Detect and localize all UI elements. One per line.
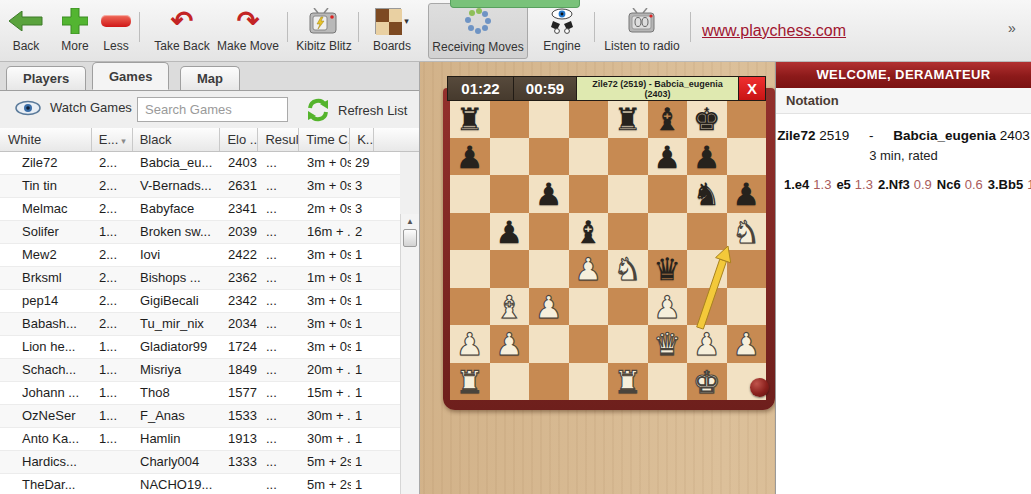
square-f4[interactable]: ♛ <box>648 250 688 288</box>
square-c4[interactable] <box>529 250 569 288</box>
square-d6[interactable] <box>569 175 609 213</box>
toolbar-separator <box>690 12 691 42</box>
back-arrow-icon <box>4 3 48 39</box>
game-cell: 16m + ... <box>300 221 351 243</box>
undo-arrow-icon: ↶ <box>146 3 218 39</box>
game-cell: ... <box>259 474 300 494</box>
game-cell: F_Anas <box>133 405 221 427</box>
playchess-link[interactable]: www.playchess.com <box>702 22 846 40</box>
game-cell: 3 <box>351 175 375 197</box>
receiving-moves-button[interactable]: Receiving Moves <box>428 3 528 59</box>
square-e5[interactable] <box>608 213 648 251</box>
game-row[interactable]: OzNeSer1...F_Anas1533...30m + ...1 <box>0 405 400 428</box>
game-cell: 1... <box>92 405 133 427</box>
move-token[interactable]: 3.Bb5 <box>988 177 1023 192</box>
game-cell: Hardics... <box>0 451 92 473</box>
make-move-button[interactable]: ↷ Make Move <box>212 3 284 59</box>
game-cell: OzNeSer <box>0 405 92 427</box>
game-cell: 1333 <box>221 451 259 473</box>
game-cell: Babash... <box>0 313 92 335</box>
black-pawn-c6[interactable]: ♟ <box>529 175 569 213</box>
white-clock: 01:22 <box>448 77 513 100</box>
game-cell: TheDar... <box>0 474 92 494</box>
game-cell: 29 <box>351 152 375 174</box>
game-cell: 30m + ... <box>300 428 351 450</box>
white-bishop-b3[interactable]: ♝ <box>490 288 530 326</box>
game-cell: 1 <box>351 474 375 494</box>
game-cell: 20m + ... <box>300 359 351 381</box>
game-cell: Tu_mir_nix <box>133 313 221 335</box>
move-token[interactable]: 1.e4 <box>784 177 809 192</box>
receiving-moves-icon <box>429 4 527 40</box>
square-d1[interactable] <box>569 363 609 401</box>
game-cell: 1 <box>351 405 375 427</box>
column-header-White[interactable]: White <box>0 128 92 151</box>
game-cell: V-Bernads... <box>133 175 221 197</box>
game-cell: ... <box>259 336 300 358</box>
black-king-g8[interactable]: ♚ <box>687 100 727 138</box>
square-c1[interactable] <box>529 363 569 401</box>
refresh-list-label: Refresh List <box>338 103 407 118</box>
game-cell: ... <box>259 244 300 266</box>
move-token[interactable]: e5 <box>836 177 850 192</box>
game-row[interactable]: Solifer1...Broken sw...2039...16m + ...2 <box>0 221 400 244</box>
game-cell: 2m + 0s <box>300 198 351 220</box>
boards-icon: ▾ <box>362 3 422 39</box>
game-cell: ... <box>259 152 300 174</box>
game-cell: 3m + 0s <box>300 244 351 266</box>
more-button[interactable]: More <box>52 3 98 59</box>
watch-games-button[interactable]: Watch Games <box>14 99 132 116</box>
game-cell: Zile72 <box>0 152 92 174</box>
game-row[interactable]: Melmac2...Babyface2341...2m + 0s3 <box>0 198 400 221</box>
radio-icon <box>598 3 686 39</box>
game-cell: 3m + 0s <box>300 175 351 197</box>
game-cell: GigiBecali <box>133 290 221 312</box>
game-cell: 3 <box>351 198 375 220</box>
chevron-down-icon: ▾ <box>404 16 409 26</box>
minus-icon <box>94 3 138 39</box>
game-cell: Anto Ka... <box>0 428 92 450</box>
square-h8[interactable] <box>727 100 767 138</box>
black-pawn-h6[interactable]: ♟ <box>727 175 767 213</box>
square-f3[interactable]: ♟ <box>648 288 688 326</box>
game-cell: Schach... <box>0 359 92 381</box>
column-header-blank[interactable] <box>374 128 419 151</box>
square-d7[interactable] <box>569 138 609 176</box>
square-h3[interactable] <box>727 288 767 326</box>
toolbar-overflow-chevron[interactable]: » <box>1008 20 1016 36</box>
game-cell: 3m + 0s <box>300 290 351 312</box>
tab-map[interactable]: Map <box>180 66 240 90</box>
white-king-g1[interactable]: ♚ <box>687 363 727 401</box>
square-e1[interactable]: ♜ <box>608 363 648 401</box>
square-c7[interactable] <box>529 138 569 176</box>
game-cell <box>221 474 259 494</box>
game-cell <box>92 451 133 473</box>
game-cell: Gladiator99 <box>133 336 221 358</box>
game-cell: Misriya <box>133 359 221 381</box>
more-label: More <box>52 39 98 53</box>
move-token[interactable]: 2.Nf3 <box>878 177 910 192</box>
game-cell: 1... <box>92 359 133 381</box>
game-cell: Brksml <box>0 267 92 289</box>
game-cell: 30m + ... <box>300 405 351 427</box>
tab-games[interactable]: Games <box>92 62 169 90</box>
square-a4[interactable] <box>450 250 490 288</box>
square-d4[interactable]: ♟ <box>569 250 609 288</box>
listen-to-radio-label: Listen to radio <box>598 39 686 53</box>
square-g8[interactable]: ♚ <box>687 100 727 138</box>
time-token: 1.1 <box>1027 177 1031 192</box>
game-cell: 1849 <box>221 359 259 381</box>
white-rook-e1[interactable]: ♜ <box>608 363 648 401</box>
game-cell: Babcia_eu... <box>133 152 221 174</box>
square-b1[interactable] <box>490 363 530 401</box>
less-button[interactable]: Less <box>94 3 138 59</box>
notation-panel: WELCOME, DERAMATEUR Notation Zile72 2519… <box>775 62 1031 494</box>
black-pawn-b5[interactable]: ♟ <box>490 213 530 251</box>
engine-button[interactable]: Engine <box>534 3 590 59</box>
column-header-Time C...[interactable]: Time C... <box>299 128 350 151</box>
game-cell: 2034 <box>221 313 259 335</box>
game-row[interactable]: Brksml2...Bishops ...2362...1m + 0s1 <box>0 267 400 290</box>
back-label: Back <box>4 39 48 53</box>
game-cell: 15m + ... <box>300 382 351 404</box>
square-e8[interactable]: ♜ <box>608 100 648 138</box>
square-c8[interactable] <box>529 100 569 138</box>
time-control-label: 3 min, rated <box>776 148 1031 163</box>
game-cell: 1... <box>92 428 133 450</box>
game-cell: Babyface <box>133 198 221 220</box>
games-table-header: WhiteE...▾BlackElo ...ResultTime C...K..… <box>0 128 419 152</box>
tab-players[interactable]: Players <box>6 66 86 90</box>
game-cell: 1 <box>351 336 375 358</box>
square-a5[interactable] <box>450 213 490 251</box>
square-d5[interactable]: ♝ <box>569 213 609 251</box>
white-queen-f2[interactable]: ♛ <box>648 325 688 363</box>
square-a1[interactable]: ♜ <box>450 363 490 401</box>
game-cell: 5m + 2s <box>300 474 351 494</box>
game-cell: Solifer <box>0 221 92 243</box>
game-cell: Iovi <box>133 244 221 266</box>
game-cell: 2422 <box>221 244 259 266</box>
square-b3[interactable]: ♝ <box>490 288 530 326</box>
game-cell: 1 <box>351 244 375 266</box>
players-nameplate: Zile72 (2519) - Babcia_eugenia (2403) <box>577 77 738 100</box>
white-pawn-g2[interactable]: ♟ <box>687 325 727 363</box>
make-move-label: Make Move <box>212 39 284 53</box>
game-cell: ... <box>259 405 300 427</box>
square-a7[interactable]: ♟ <box>450 138 490 176</box>
black-bishop-d5[interactable]: ♝ <box>569 213 609 251</box>
game-cell: Tho8 <box>133 382 221 404</box>
boards-label: Boards <box>362 39 422 53</box>
move-list: 1.e41.3e51.32.Nf30.9Nc60.63.Bb51.1Nf61.5… <box>776 163 1031 194</box>
square-f8[interactable]: ♝ <box>648 100 688 138</box>
black-player-elo: 2403 <box>1000 128 1030 143</box>
game-cell: 2341 <box>221 198 259 220</box>
white-pawn-f3[interactable]: ♟ <box>648 288 688 326</box>
back-button[interactable]: Back <box>4 3 48 59</box>
scroll-up-icon[interactable]: ▲ <box>401 217 419 226</box>
game-cell: ... <box>259 382 300 404</box>
game-cell: ... <box>259 428 300 450</box>
square-e6[interactable] <box>608 175 648 213</box>
game-cell: 2... <box>92 267 133 289</box>
board-knob <box>750 378 769 397</box>
white-player-elo: 2519 <box>819 128 849 143</box>
column-header-Result[interactable]: Result <box>258 128 299 151</box>
games-table-body: Zile722...Babcia_eu...2403...3m + 0s29Ti… <box>0 152 400 494</box>
square-c6[interactable]: ♟ <box>529 175 569 213</box>
engine-label: Engine <box>534 39 590 53</box>
game-cell: 1577 <box>221 382 259 404</box>
game-cell: 1... <box>92 221 133 243</box>
square-f1[interactable] <box>648 363 688 401</box>
game-cell: ... <box>259 198 300 220</box>
engine-eye-icon <box>534 3 590 39</box>
game-cell: ... <box>259 313 300 335</box>
square-g5[interactable] <box>687 213 727 251</box>
game-cell: 2... <box>92 290 133 312</box>
game-cell: 1 <box>351 428 375 450</box>
square-e2[interactable] <box>608 325 648 363</box>
game-row[interactable]: Anto Ka...1...Hamlin1913...30m + ...1 <box>0 428 400 451</box>
game-cell: 1... <box>92 382 133 404</box>
take-back-button[interactable]: ↶ Take Back <box>146 3 218 59</box>
close-board-button[interactable]: X <box>739 77 765 100</box>
game-cell: 1 <box>351 290 375 312</box>
square-f2[interactable]: ♛ <box>648 325 688 363</box>
square-b2[interactable]: ♟ <box>490 325 530 363</box>
time-token: 0.6 <box>965 177 983 192</box>
games-list-scrollbar[interactable]: ▲ ▼ <box>400 214 419 494</box>
square-b5[interactable]: ♟ <box>490 213 530 251</box>
game-row[interactable]: Hardics...Charly0041333...5m + 2s1 <box>0 451 400 474</box>
game-cell: 1 <box>351 451 375 473</box>
game-cell: 1724 <box>221 336 259 358</box>
list-toolbar: Watch Games Refresh List <box>0 91 419 128</box>
games-list-panel: Players Games Map Watch Games Refresh Li… <box>0 62 420 494</box>
toolbar-separator <box>358 12 359 42</box>
white-pawn-c3[interactable]: ♟ <box>529 288 569 326</box>
black-rook-a8[interactable]: ♜ <box>450 100 490 138</box>
white-pawn-d4[interactable]: ♟ <box>569 250 609 288</box>
plus-icon <box>52 3 98 39</box>
players-dash: - <box>869 128 874 143</box>
listen-to-radio-button[interactable]: Listen to radio <box>598 3 686 59</box>
boards-button[interactable]: ▾ Boards <box>362 3 422 59</box>
game-cell: ... <box>259 451 300 473</box>
move-token[interactable]: Nc6 <box>937 177 961 192</box>
kibitz-blitz-label: Kibitz Blitz <box>292 39 356 53</box>
white-pawn-a2[interactable]: ♟ <box>450 325 490 363</box>
black-pawn-g7[interactable]: ♟ <box>687 138 727 176</box>
square-c5[interactable] <box>529 213 569 251</box>
game-cell: 3m + 0s <box>300 336 351 358</box>
welcome-banner: WELCOME, DERAMATEUR <box>776 62 1031 88</box>
black-pawn-f7[interactable]: ♟ <box>648 138 688 176</box>
game-cell: Broken sw... <box>133 221 221 243</box>
square-h2[interactable]: ♟ <box>727 325 767 363</box>
game-cell: 2... <box>92 313 133 335</box>
time-token: 1.3 <box>855 177 873 192</box>
game-cell: 1... <box>92 336 133 358</box>
black-clock: 00:59 <box>514 77 576 100</box>
game-row[interactable]: Lion he...1...Gladiator991724...3m + 0s1 <box>0 336 400 359</box>
game-cell: 1533 <box>221 405 259 427</box>
square-a6[interactable] <box>450 175 490 213</box>
black-bishop-f8[interactable]: ♝ <box>648 100 688 138</box>
square-c3[interactable]: ♟ <box>529 288 569 326</box>
game-cell: NACHO19... <box>133 474 221 494</box>
time-token: 1.3 <box>813 177 831 192</box>
game-row[interactable]: Tin tin2...V-Bernads...2631...3m + 0s3 <box>0 175 400 198</box>
less-label: Less <box>94 39 138 53</box>
game-cell: 2... <box>92 175 133 197</box>
game-cell: 2039 <box>221 221 259 243</box>
nameplate-line1: Zile72 (2519) - Babcia_eugenia <box>577 79 738 89</box>
toolbar-separator <box>594 12 595 42</box>
game-cell: Lion he... <box>0 336 92 358</box>
watch-games-label: Watch Games <box>50 100 132 115</box>
tab-bar: Players Games Map <box>0 62 419 91</box>
game-row[interactable]: pep142...GigiBecali2342...3m + 0s1 <box>0 290 400 313</box>
sort-arrow-icon: ▾ <box>121 136 126 146</box>
game-cell: Charly004 <box>133 451 221 473</box>
game-header-bar: 01:22 00:59 Zile72 (2519) - Babcia_eugen… <box>447 76 766 101</box>
tv-lightning-icon <box>292 3 356 39</box>
black-player-name: Babcia_eugenia <box>893 128 996 143</box>
search-input[interactable] <box>137 97 288 122</box>
game-cell: Mew2 <box>0 244 92 266</box>
game-cell: 1 <box>351 359 375 381</box>
black-queen-f4[interactable]: ♛ <box>648 250 688 288</box>
square-e4[interactable]: ♞ <box>608 250 648 288</box>
white-pawn-b2[interactable]: ♟ <box>490 325 530 363</box>
square-b6[interactable] <box>490 175 530 213</box>
square-a2[interactable]: ♟ <box>450 325 490 363</box>
toolbar-separator <box>287 12 288 42</box>
toolbar-separator <box>139 12 140 42</box>
game-cell: 2631 <box>221 175 259 197</box>
green-panel-sliver <box>450 0 580 8</box>
nameplate-line2: (2403) <box>577 89 738 99</box>
square-g6[interactable]: ♞ <box>687 175 727 213</box>
game-cell: 2362 <box>221 267 259 289</box>
square-c2[interactable] <box>529 325 569 363</box>
refresh-icon <box>306 98 330 122</box>
game-cell: Hamlin <box>133 428 221 450</box>
square-b7[interactable] <box>490 138 530 176</box>
black-rook-e8[interactable]: ♜ <box>608 100 648 138</box>
column-header-K...[interactable]: K...▾ <box>350 128 374 151</box>
game-row[interactable]: Johann ...1...Tho81577...15m + ...1 <box>0 382 400 405</box>
square-f6[interactable] <box>648 175 688 213</box>
game-row[interactable]: Babash...2...Tu_mir_nix2034...3m + 0s1 <box>0 313 400 336</box>
square-h7[interactable] <box>727 138 767 176</box>
square-f7[interactable]: ♟ <box>648 138 688 176</box>
square-f5[interactable] <box>648 213 688 251</box>
square-h6[interactable]: ♟ <box>727 175 767 213</box>
square-d3[interactable] <box>569 288 609 326</box>
time-token: 0.9 <box>914 177 932 192</box>
redo-arrow-icon: ↷ <box>212 3 284 39</box>
square-h4[interactable] <box>727 250 767 288</box>
square-a8[interactable]: ♜ <box>450 100 490 138</box>
game-cell: 1 <box>351 267 375 289</box>
game-cell: ... <box>259 290 300 312</box>
square-g7[interactable]: ♟ <box>687 138 727 176</box>
square-g2[interactable]: ♟ <box>687 325 727 363</box>
column-header-E...[interactable]: E...▾ <box>92 128 133 151</box>
square-g1[interactable]: ♚ <box>687 363 727 401</box>
square-h5[interactable]: ♞ <box>727 213 767 251</box>
kibitz-blitz-button[interactable]: Kibitz Blitz <box>292 3 356 59</box>
game-row[interactable]: Mew22...Iovi2422...3m + 0s1 <box>0 244 400 267</box>
square-g3[interactable] <box>687 288 727 326</box>
game-cell: 2... <box>92 244 133 266</box>
game-cell: pep14 <box>0 290 92 312</box>
refresh-list-button[interactable]: Refresh List <box>306 98 407 122</box>
game-players-line: Zile72 2519 - Babcia_eugenia 2403 <box>776 128 1031 143</box>
receiving-moves-label: Receiving Moves <box>429 40 527 54</box>
square-e3[interactable] <box>608 288 648 326</box>
square-d8[interactable] <box>569 100 609 138</box>
game-cell: 2... <box>92 152 133 174</box>
column-header-Black[interactable]: Black <box>133 128 221 151</box>
square-g4[interactable] <box>687 250 727 288</box>
white-pawn-h2[interactable]: ♟ <box>727 325 767 363</box>
game-cell: 1 <box>351 382 375 404</box>
column-header-Elo ...[interactable]: Elo ... <box>220 128 258 151</box>
square-a3[interactable] <box>450 288 490 326</box>
game-cell: 2... <box>92 198 133 220</box>
game-cell: Tin tin <box>0 175 92 197</box>
white-rook-a1[interactable]: ♜ <box>450 363 490 401</box>
game-cell: ... <box>259 221 300 243</box>
game-cell <box>92 474 133 494</box>
game-cell: ... <box>259 267 300 289</box>
notation-title: Notation <box>776 88 1031 114</box>
game-cell: 2 <box>351 221 375 243</box>
game-cell: ... <box>259 359 300 381</box>
game-row[interactable]: Zile722...Babcia_eu...2403...3m + 0s29 <box>0 152 400 175</box>
game-cell: 3m + 0s <box>300 152 351 174</box>
white-knight-h5[interactable]: ♞ <box>727 213 767 251</box>
game-cell: 3m + 0s <box>300 313 351 335</box>
eye-icon <box>14 99 42 116</box>
square-e7[interactable] <box>608 138 648 176</box>
game-cell: 5m + 2s <box>300 451 351 473</box>
scrollbar-thumb[interactable] <box>403 229 417 247</box>
square-d2[interactable] <box>569 325 609 363</box>
black-pawn-a7[interactable]: ♟ <box>450 138 490 176</box>
game-cell: 2342 <box>221 290 259 312</box>
game-cell: 2403 <box>221 152 259 174</box>
black-knight-g6[interactable]: ♞ <box>687 175 727 213</box>
game-cell: ... <box>259 175 300 197</box>
white-knight-e4[interactable]: ♞ <box>608 250 648 288</box>
game-row[interactable]: Schach...1...Misriya1849...20m + ...1 <box>0 359 400 382</box>
white-player-name: Zile72 <box>777 128 815 143</box>
game-row[interactable]: TheDar...NACHO19......5m + 2s1 <box>0 474 400 494</box>
chess-board[interactable]: ♜♜♝♚♟♟♟♟♞♟♟♝♞♟♞♛♝♟♟♟♟♛♟♟♜♜♚ <box>450 100 766 400</box>
square-b4[interactable] <box>490 250 530 288</box>
take-back-label: Take Back <box>146 39 218 53</box>
square-b8[interactable] <box>490 100 530 138</box>
